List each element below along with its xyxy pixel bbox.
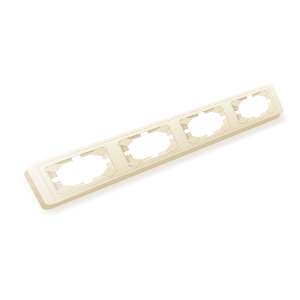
edge-notch <box>265 99 270 104</box>
edge-notch <box>220 115 226 120</box>
edge-notch <box>123 150 131 156</box>
edge-notch <box>183 128 190 133</box>
edge-notch <box>51 176 61 183</box>
corner-tab <box>211 106 223 113</box>
edge-notch <box>102 158 111 164</box>
corner-tab <box>258 90 268 96</box>
frame-face <box>25 82 284 207</box>
edge-notch <box>166 135 173 141</box>
product-photo <box>0 0 300 300</box>
